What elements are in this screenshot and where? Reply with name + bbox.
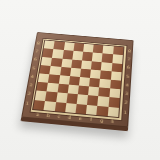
rank-label-right-5: 5 — [124, 72, 131, 81]
product-photo: abcdefgh 87654321 87654321 — [0, 0, 160, 160]
square-h1[interactable] — [107, 106, 118, 116]
board-inlay-stripe — [29, 37, 127, 120]
rank-label-right-1: 1 — [122, 108, 129, 118]
rank-label-right-7: 7 — [126, 56, 133, 65]
rank-label-right-4: 4 — [124, 81, 131, 90]
rank-label-right-8: 8 — [126, 48, 133, 57]
rank-label-right-2: 2 — [122, 99, 129, 109]
board-scene: abcdefgh 87654321 87654321 — [21, 32, 133, 127]
board-field — [32, 40, 124, 118]
rank-label-right-6: 6 — [125, 64, 132, 73]
chess-board: abcdefgh 87654321 87654321 — [21, 32, 133, 127]
rank-label-right-3: 3 — [123, 90, 130, 100]
